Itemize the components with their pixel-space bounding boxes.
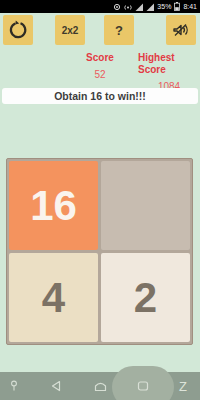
signal-sim1-icon: [135, 3, 143, 11]
tile-r0c0: 16: [9, 161, 98, 250]
restart-button[interactable]: [3, 15, 33, 45]
battery-percent: 35%: [157, 3, 171, 10]
tile-r1c1: 2: [101, 253, 190, 342]
clock: 8:41: [183, 3, 197, 10]
recents-icon[interactable]: [135, 372, 151, 400]
goal-banner-text: Obtain 16 to win!!!: [54, 90, 146, 102]
app-screen: 35% 8:41 2x2 ?: [0, 0, 200, 400]
help-button[interactable]: ?: [104, 15, 134, 45]
pin-icon[interactable]: [9, 372, 19, 400]
hotspot-icon: [124, 3, 132, 11]
location-icon: [113, 3, 121, 11]
help-label: ?: [115, 23, 123, 38]
highest-score-label: Highest Score: [138, 52, 200, 76]
home-icon[interactable]: [92, 372, 108, 400]
nav-icons-row: Z: [0, 372, 200, 400]
board-size-label: 2x2: [62, 25, 79, 36]
score-column: Score 52: [62, 52, 138, 93]
status-bar: 35% 8:41: [0, 0, 200, 13]
signal-sim2-icon: [146, 3, 154, 11]
tile-r1c0: 4: [9, 253, 98, 342]
tile-r0c1: [101, 161, 190, 250]
board-size-button[interactable]: 2x2: [55, 15, 85, 45]
back-icon[interactable]: [48, 372, 64, 400]
floating-bar-z-icon[interactable]: Z: [175, 372, 191, 400]
toolbar: 2x2 ?: [0, 15, 200, 45]
sound-toggle-button[interactable]: [166, 15, 196, 45]
restart-icon: [8, 20, 28, 40]
speaker-muted-icon: [171, 20, 191, 40]
goal-banner: Obtain 16 to win!!!: [2, 88, 198, 104]
game-board[interactable]: 16 4 2: [6, 158, 193, 345]
score-panel: Score 52 Highest Score 1084: [0, 52, 200, 93]
score-value: 52: [94, 69, 105, 81]
score-label: Score: [86, 52, 114, 64]
battery-icon: [174, 2, 180, 11]
highest-score-column: Highest Score 1084: [138, 52, 200, 93]
